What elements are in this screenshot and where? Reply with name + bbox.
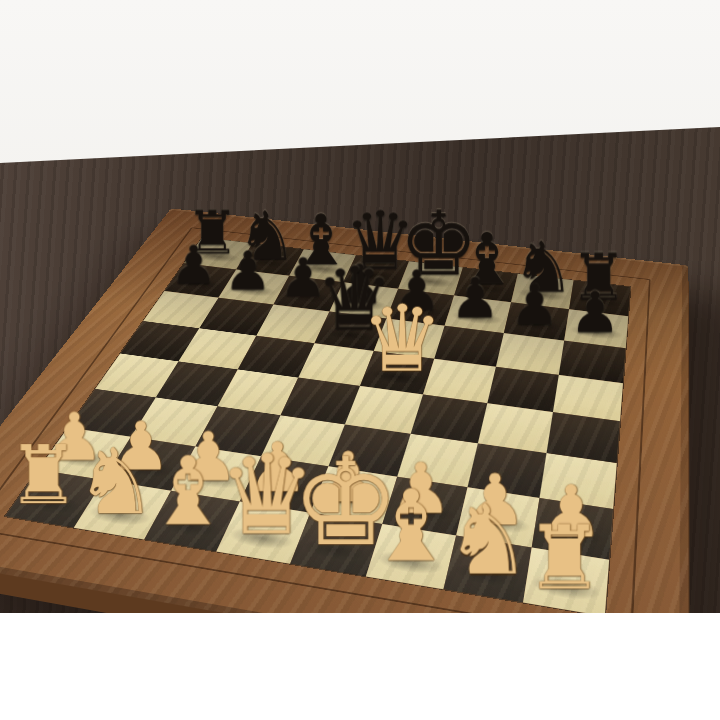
photo-bottom-strip [0, 613, 720, 720]
piece-black-pawn-a7[interactable]: ♟ [165, 238, 222, 291]
piece-black-pawn-g7[interactable]: ♟ [505, 277, 565, 333]
piece-black-pawn-h7[interactable]: ♟ [565, 284, 626, 341]
piece-black-pawn-f7[interactable]: ♟ [445, 270, 504, 326]
photo-scene: ♜♞♝♛♚♝♞♜♟♟♟♟♟♟♟♟♛♛♟♟♟♟♟♟♟♟♜♞♝♛♚♝♞♜ [0, 0, 720, 720]
piece-black-pawn-b7[interactable]: ♟ [219, 244, 276, 298]
square-g6[interactable] [496, 333, 564, 375]
square-h4[interactable] [547, 412, 620, 463]
piece-white-queen-d1[interactable]: ♛ [218, 441, 295, 551]
piece-white-king-e1[interactable]: ♚ [291, 442, 369, 563]
square-g1[interactable]: ♞ [443, 536, 531, 603]
square-h1[interactable]: ♜ [523, 548, 609, 617]
piece-white-queen-e5[interactable]: ♛ [361, 294, 425, 386]
piece-white-knight-g1[interactable]: ♞ [445, 492, 525, 589]
piece-white-rook-h1[interactable]: ♜ [524, 514, 605, 602]
square-f4[interactable] [411, 395, 488, 444]
square-h6[interactable] [559, 341, 626, 384]
piece-white-knight-b1[interactable]: ♞ [75, 436, 150, 527]
square-f6[interactable] [434, 326, 504, 367]
piece-white-rook-a1[interactable]: ♜ [6, 435, 80, 516]
piece-white-bishop-f1[interactable]: ♝ [367, 478, 446, 576]
square-f1[interactable]: ♝ [366, 524, 456, 589]
square-h7[interactable]: ♟ [564, 309, 628, 348]
piece-white-bishop-c1[interactable]: ♝ [145, 444, 221, 539]
